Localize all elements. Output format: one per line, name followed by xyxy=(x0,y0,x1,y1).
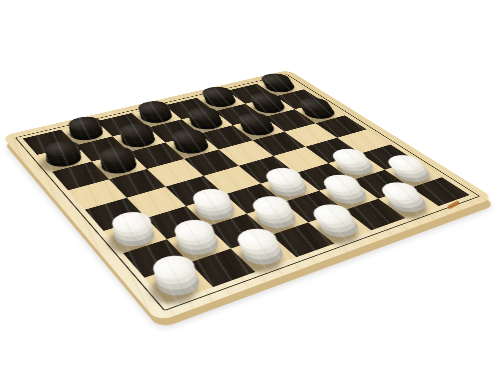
board-plane xyxy=(23,77,470,303)
board-grid xyxy=(23,77,470,303)
checkers-product-photo xyxy=(0,0,500,377)
